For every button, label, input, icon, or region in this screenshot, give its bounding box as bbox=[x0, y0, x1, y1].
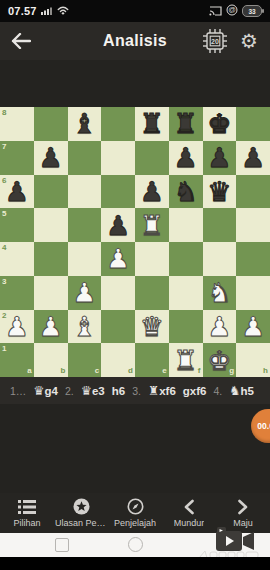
move-list[interactable]: 1…♛g42.♛e3h63.♜xf6gxf64.♞h5 bbox=[0, 377, 270, 404]
bottom-black-strip bbox=[0, 557, 270, 570]
square-b4[interactable] bbox=[34, 242, 68, 276]
file-label-f: f bbox=[198, 367, 201, 375]
file-label-b: b bbox=[61, 367, 66, 375]
toolbar-item-label: Pilihan bbox=[13, 518, 40, 528]
square-f4[interactable] bbox=[169, 242, 203, 276]
rank-label-8: 8 bbox=[2, 109, 6, 117]
white-rook-e5: ♜ bbox=[135, 208, 169, 242]
chess-board: 8♝♜♜♚7♟♟♟♟6♟♟♞♛5♟♜4♟3♟♞2♟♟♝♛♟♟1abcdef♜g♚… bbox=[0, 107, 270, 377]
rank-label-7: 7 bbox=[2, 143, 6, 151]
move-san[interactable]: gxf6 bbox=[183, 385, 207, 397]
screen-cast-icon bbox=[209, 2, 222, 20]
clock-time: 07.57 bbox=[8, 5, 37, 17]
square-a3[interactable]: 3 bbox=[0, 276, 34, 310]
rank-label-4: 4 bbox=[2, 244, 6, 252]
square-b3[interactable] bbox=[34, 276, 68, 310]
file-label-d: d bbox=[128, 367, 133, 375]
square-c6[interactable] bbox=[68, 175, 102, 209]
rank-label-6: 6 bbox=[2, 177, 6, 185]
file-label-h: h bbox=[263, 367, 268, 375]
square-g4[interactable] bbox=[203, 242, 237, 276]
chevron-left-icon bbox=[183, 499, 195, 515]
black-bishop-c8: ♝ bbox=[68, 107, 102, 141]
square-c4[interactable] bbox=[68, 242, 102, 276]
move-san[interactable]: ♜xf6 bbox=[148, 383, 176, 398]
move-san[interactable]: ♛g4 bbox=[33, 383, 58, 398]
white-pawn-d4: ♟ bbox=[101, 242, 135, 276]
file-label-g: g bbox=[229, 367, 234, 375]
square-h7[interactable]: ♟ bbox=[236, 141, 270, 175]
chevron-right-icon bbox=[237, 499, 249, 515]
square-c8[interactable]: ♝ bbox=[68, 107, 102, 141]
black-pawn-b7: ♟ bbox=[34, 141, 68, 175]
square-c7[interactable] bbox=[68, 141, 102, 175]
black-pawn-g7: ♟ bbox=[203, 141, 237, 175]
black-rook-e8: ♜ bbox=[135, 107, 169, 141]
square-e5[interactable]: ♜ bbox=[135, 208, 169, 242]
rank-label-3: 3 bbox=[2, 278, 6, 286]
svg-text:@: @ bbox=[228, 5, 236, 14]
square-e7[interactable] bbox=[135, 141, 169, 175]
engine-depth-chip-button[interactable]: 20 bbox=[198, 24, 232, 58]
engine-depth-value: 20 bbox=[211, 38, 219, 45]
white-pawn-h2: ♟ bbox=[236, 310, 270, 344]
square-h3[interactable] bbox=[236, 276, 270, 310]
toolbar-item-penjelajah[interactable]: Penjelajah bbox=[108, 493, 162, 533]
square-c2[interactable]: ♝ bbox=[68, 310, 102, 344]
square-e2[interactable]: ♛ bbox=[135, 310, 169, 344]
square-g7[interactable]: ♟ bbox=[203, 141, 237, 175]
move-number[interactable]: 3. bbox=[132, 385, 141, 397]
black-knight-f6: ♞ bbox=[169, 175, 203, 209]
phone-screen: 07.57 bbox=[0, 0, 270, 570]
square-a8[interactable]: 8 bbox=[0, 107, 34, 141]
square-b6[interactable] bbox=[34, 175, 68, 209]
square-d1[interactable]: d bbox=[101, 343, 135, 377]
square-g1[interactable]: g♚ bbox=[203, 343, 237, 377]
clock-bubble-value: 00.00 bbox=[257, 421, 270, 431]
square-a6[interactable]: 6♟ bbox=[0, 175, 34, 209]
white-queen-e2: ♛ bbox=[135, 310, 169, 344]
square-d4[interactable]: ♟ bbox=[101, 242, 135, 276]
square-g2[interactable]: ♟ bbox=[203, 310, 237, 344]
file-label-c: c bbox=[95, 367, 99, 375]
rank-label-1: 1 bbox=[2, 345, 6, 353]
app-bar: Analisis 20 ⚙ bbox=[0, 22, 270, 60]
square-b8[interactable] bbox=[34, 107, 68, 141]
square-d8[interactable] bbox=[101, 107, 135, 141]
square-h5[interactable] bbox=[236, 208, 270, 242]
square-a7[interactable]: 7 bbox=[0, 141, 34, 175]
square-h8[interactable] bbox=[236, 107, 270, 141]
black-pawn-f7: ♟ bbox=[169, 141, 203, 175]
square-e3[interactable] bbox=[135, 276, 169, 310]
black-rook-f8: ♜ bbox=[169, 107, 203, 141]
move-number[interactable]: 1… bbox=[10, 385, 26, 397]
white-pawn-b2: ♟ bbox=[34, 310, 68, 344]
square-f3[interactable] bbox=[169, 276, 203, 310]
screen-recorder-camera-icon bbox=[212, 524, 258, 558]
black-king-g8: ♚ bbox=[203, 107, 237, 141]
android-nav-bar bbox=[0, 533, 270, 557]
square-b1[interactable]: b bbox=[34, 343, 68, 377]
toolbar-item-pilihan[interactable]: Pilihan bbox=[0, 493, 54, 533]
square-a4[interactable]: 4 bbox=[0, 242, 34, 276]
move-san[interactable]: h6 bbox=[112, 385, 125, 397]
move-number[interactable]: 2. bbox=[65, 385, 74, 397]
square-f7[interactable]: ♟ bbox=[169, 141, 203, 175]
rank-label-2: 2 bbox=[2, 312, 6, 320]
square-d6[interactable] bbox=[101, 175, 135, 209]
white-bishop-c2: ♝ bbox=[68, 310, 102, 344]
square-g8[interactable]: ♚ bbox=[203, 107, 237, 141]
square-e8[interactable]: ♜ bbox=[135, 107, 169, 141]
rook-figurine-icon: ♜ bbox=[148, 383, 159, 398]
battery-icon: 33 bbox=[242, 5, 262, 17]
square-a2[interactable]: 2♟ bbox=[0, 310, 34, 344]
queen-figurine-icon: ♛ bbox=[81, 383, 92, 398]
toolbar-item-label: Ulasan Per… bbox=[55, 518, 107, 528]
file-label-a: a bbox=[27, 367, 31, 375]
back-button[interactable] bbox=[4, 24, 38, 58]
square-c1[interactable]: c bbox=[68, 343, 102, 377]
clock-bubble[interactable]: 00.00 bbox=[251, 409, 270, 443]
move-number[interactable]: 4. bbox=[213, 385, 222, 397]
black-pawn-h7: ♟ bbox=[236, 141, 270, 175]
square-d2[interactable] bbox=[101, 310, 135, 344]
toolbar-item-mundur[interactable]: Mundur bbox=[162, 493, 216, 533]
analysis-panel: 00.00 bbox=[0, 404, 270, 493]
square-b7[interactable]: ♟ bbox=[34, 141, 68, 175]
white-knight-g3: ♞ bbox=[203, 276, 237, 310]
toolbar-item-ulasan-per[interactable]: Ulasan Per… bbox=[54, 493, 108, 533]
square-g6[interactable]: ♛ bbox=[203, 175, 237, 209]
toolbar-item-label: Mundur bbox=[174, 518, 205, 528]
move-san[interactable]: ♛e3 bbox=[81, 383, 105, 398]
black-pawn-e6: ♟ bbox=[135, 175, 169, 209]
square-b5[interactable] bbox=[34, 208, 68, 242]
square-a5[interactable]: 5 bbox=[0, 208, 34, 242]
toolbar-item-label: Penjelajah bbox=[114, 518, 156, 528]
square-e6[interactable]: ♟ bbox=[135, 175, 169, 209]
home-button[interactable] bbox=[128, 537, 143, 552]
square-h4[interactable] bbox=[236, 242, 270, 276]
square-b2[interactable]: ♟ bbox=[34, 310, 68, 344]
white-pawn-g2: ♟ bbox=[203, 310, 237, 344]
square-a1[interactable]: 1a bbox=[0, 343, 34, 377]
move-san[interactable]: ♞h5 bbox=[229, 383, 254, 398]
square-h2[interactable]: ♟ bbox=[236, 310, 270, 344]
square-f5[interactable] bbox=[169, 208, 203, 242]
square-d7[interactable] bbox=[101, 141, 135, 175]
black-queen-g6: ♛ bbox=[203, 175, 237, 209]
compass-icon bbox=[127, 499, 144, 515]
rank-label-5: 5 bbox=[2, 210, 6, 218]
black-pawn-d5: ♟ bbox=[101, 208, 135, 242]
recents-button[interactable] bbox=[55, 538, 69, 552]
square-e4[interactable] bbox=[135, 242, 169, 276]
square-g5[interactable] bbox=[203, 208, 237, 242]
signal-strength-icon bbox=[41, 2, 53, 20]
list-icon bbox=[18, 499, 36, 515]
file-label-e: e bbox=[162, 367, 166, 375]
square-f6[interactable]: ♞ bbox=[169, 175, 203, 209]
status-bar: 07.57 bbox=[0, 0, 270, 22]
square-d5[interactable]: ♟ bbox=[101, 208, 135, 242]
knight-figurine-icon: ♞ bbox=[229, 383, 240, 398]
square-h1[interactable]: h bbox=[236, 343, 270, 377]
square-c3[interactable]: ♟ bbox=[68, 276, 102, 310]
square-f1[interactable]: f♜ bbox=[169, 343, 203, 377]
white-pawn-c3: ♟ bbox=[68, 276, 102, 310]
square-e1[interactable]: e bbox=[135, 343, 169, 377]
data-saver-icon: @ bbox=[226, 2, 238, 20]
square-f8[interactable]: ♜ bbox=[169, 107, 203, 141]
gear-icon: ⚙ bbox=[240, 31, 258, 51]
square-h6[interactable] bbox=[236, 175, 270, 209]
square-g3[interactable]: ♞ bbox=[203, 276, 237, 310]
square-f2[interactable] bbox=[169, 310, 203, 344]
square-d3[interactable] bbox=[101, 276, 135, 310]
wifi-icon bbox=[57, 2, 69, 20]
settings-button[interactable]: ⚙ bbox=[232, 24, 266, 58]
square-c5[interactable] bbox=[68, 208, 102, 242]
queen-figurine-icon: ♛ bbox=[33, 383, 44, 398]
battery-percent: 33 bbox=[248, 8, 255, 15]
star-circle-icon bbox=[73, 499, 90, 515]
